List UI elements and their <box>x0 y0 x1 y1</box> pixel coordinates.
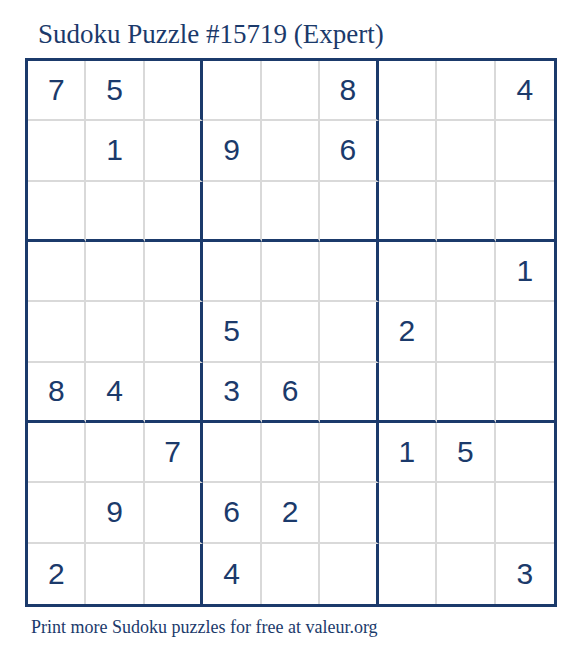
cell-r5c3[interactable] <box>145 302 203 362</box>
cell-r3c5[interactable] <box>262 182 320 242</box>
cell-r1c7[interactable] <box>379 61 437 121</box>
cell-r8c4[interactable]: 6 <box>203 483 261 543</box>
cell-r7c2[interactable] <box>86 423 144 483</box>
cell-r2c9[interactable] <box>496 121 554 181</box>
cell-r4c5[interactable] <box>262 242 320 302</box>
cell-r1c6[interactable]: 8 <box>320 61 378 121</box>
cell-r2c4[interactable]: 9 <box>203 121 261 181</box>
cell-r8c6[interactable] <box>320 483 378 543</box>
cell-r5c8[interactable] <box>437 302 495 362</box>
cell-r7c8[interactable]: 5 <box>437 423 495 483</box>
cell-r6c4[interactable]: 3 <box>203 363 261 423</box>
cell-r3c4[interactable] <box>203 182 261 242</box>
cell-r9c8[interactable] <box>437 544 495 604</box>
cell-r3c6[interactable] <box>320 182 378 242</box>
cell-r1c9[interactable]: 4 <box>496 61 554 121</box>
cell-r9c7[interactable] <box>379 544 437 604</box>
cell-r2c1[interactable] <box>28 121 86 181</box>
cell-r8c7[interactable] <box>379 483 437 543</box>
cell-r7c1[interactable] <box>28 423 86 483</box>
cell-r5c2[interactable] <box>86 302 144 362</box>
cell-r5c6[interactable] <box>320 302 378 362</box>
cell-r2c8[interactable] <box>437 121 495 181</box>
page: { "game": "sudoku", "title": "Sudoku Puz… <box>0 0 580 651</box>
cell-r6c6[interactable] <box>320 363 378 423</box>
cell-r2c7[interactable] <box>379 121 437 181</box>
cell-r3c3[interactable] <box>145 182 203 242</box>
footer-text: Print more Sudoku puzzles for free at va… <box>31 617 378 639</box>
cell-r5c1[interactable] <box>28 302 86 362</box>
cell-r7c3[interactable]: 7 <box>145 423 203 483</box>
cell-r7c6[interactable] <box>320 423 378 483</box>
cell-r1c8[interactable] <box>437 61 495 121</box>
cell-r6c3[interactable] <box>145 363 203 423</box>
cell-r8c2[interactable]: 9 <box>86 483 144 543</box>
cell-r9c9[interactable]: 3 <box>496 544 554 604</box>
cell-r1c2[interactable]: 5 <box>86 61 144 121</box>
cell-r6c2[interactable]: 4 <box>86 363 144 423</box>
cell-r4c1[interactable] <box>28 242 86 302</box>
cell-r7c7[interactable]: 1 <box>379 423 437 483</box>
cell-r9c3[interactable] <box>145 544 203 604</box>
cell-r8c5[interactable]: 2 <box>262 483 320 543</box>
cell-r5c4[interactable]: 5 <box>203 302 261 362</box>
cell-r2c3[interactable] <box>145 121 203 181</box>
cell-r4c2[interactable] <box>86 242 144 302</box>
cell-r8c8[interactable] <box>437 483 495 543</box>
cell-r6c9[interactable] <box>496 363 554 423</box>
cell-r1c4[interactable] <box>203 61 261 121</box>
cell-r8c3[interactable] <box>145 483 203 543</box>
cell-r2c2[interactable]: 1 <box>86 121 144 181</box>
cell-r8c1[interactable] <box>28 483 86 543</box>
cell-r1c5[interactable] <box>262 61 320 121</box>
cell-r9c6[interactable] <box>320 544 378 604</box>
cell-r5c9[interactable] <box>496 302 554 362</box>
cell-r7c5[interactable] <box>262 423 320 483</box>
cell-r9c5[interactable] <box>262 544 320 604</box>
cell-r4c9[interactable]: 1 <box>496 242 554 302</box>
cell-r4c4[interactable] <box>203 242 261 302</box>
cell-r5c7[interactable]: 2 <box>379 302 437 362</box>
cell-r3c1[interactable] <box>28 182 86 242</box>
cell-r3c8[interactable] <box>437 182 495 242</box>
cell-r1c3[interactable] <box>145 61 203 121</box>
cell-r8c9[interactable] <box>496 483 554 543</box>
cell-r2c5[interactable] <box>262 121 320 181</box>
cell-r9c2[interactable] <box>86 544 144 604</box>
cell-r1c1[interactable]: 7 <box>28 61 86 121</box>
page-title: Sudoku Puzzle #15719 (Expert) <box>38 21 384 48</box>
cell-r5c5[interactable] <box>262 302 320 362</box>
cell-r3c2[interactable] <box>86 182 144 242</box>
cell-r4c8[interactable] <box>437 242 495 302</box>
cell-r4c7[interactable] <box>379 242 437 302</box>
cell-r6c8[interactable] <box>437 363 495 423</box>
cell-r6c1[interactable]: 8 <box>28 363 86 423</box>
cell-r3c9[interactable] <box>496 182 554 242</box>
cell-r9c1[interactable]: 2 <box>28 544 86 604</box>
cell-r4c3[interactable] <box>145 242 203 302</box>
cell-r7c9[interactable] <box>496 423 554 483</box>
cell-r6c5[interactable]: 6 <box>262 363 320 423</box>
cell-r6c7[interactable] <box>379 363 437 423</box>
cell-r3c7[interactable] <box>379 182 437 242</box>
cell-r9c4[interactable]: 4 <box>203 544 261 604</box>
cell-r2c6[interactable]: 6 <box>320 121 378 181</box>
sudoku-board: 75841961528436715962243 <box>25 58 557 607</box>
cell-r4c6[interactable] <box>320 242 378 302</box>
cell-r7c4[interactable] <box>203 423 261 483</box>
